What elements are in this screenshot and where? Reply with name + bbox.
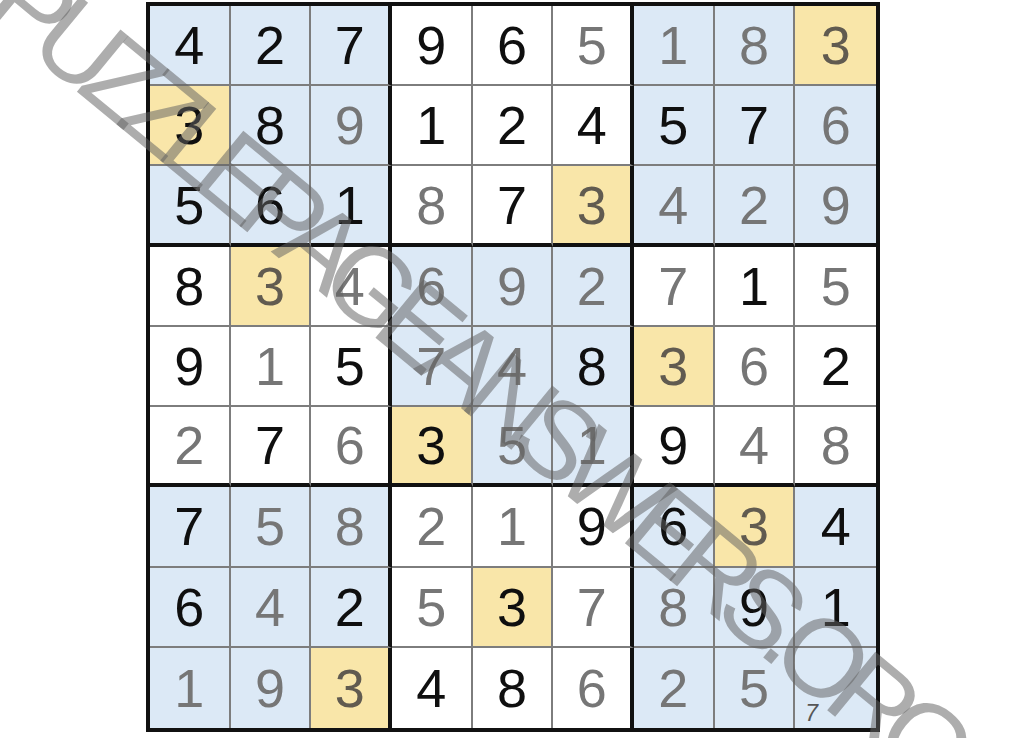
cell-r3c2[interactable]: 6 — [231, 166, 312, 246]
cell-r6c8[interactable]: 4 — [715, 407, 796, 487]
given-digit: 9 — [174, 339, 204, 393]
cell-r1c1[interactable]: 4 — [150, 6, 231, 86]
cell-r1c3[interactable]: 7 — [311, 6, 392, 86]
solved-digit: 6 — [416, 259, 446, 313]
cell-r4c8[interactable]: 1 — [715, 247, 796, 327]
solved-digit: 5 — [577, 18, 607, 72]
solved-digit: 1 — [577, 418, 607, 472]
cell-r4c7[interactable]: 7 — [634, 247, 715, 327]
solved-digit: 9 — [497, 259, 527, 313]
cell-r5c1[interactable]: 9 — [150, 327, 231, 407]
solved-digit: 4 — [497, 339, 527, 393]
cell-r1c4[interactable]: 9 — [392, 6, 473, 86]
given-digit: 6 — [174, 580, 204, 634]
given-digit: 3 — [174, 98, 204, 152]
cell-r9c6[interactable]: 6 — [553, 648, 634, 728]
cell-r2c8[interactable]: 7 — [715, 86, 796, 166]
cell-r1c2[interactable]: 2 — [231, 6, 312, 86]
given-digit: 1 — [739, 259, 769, 313]
given-digit: 7 — [335, 18, 365, 72]
given-digit: 5 — [174, 178, 204, 232]
cell-r5c6[interactable]: 8 — [553, 327, 634, 407]
solved-digit: 3 — [658, 339, 688, 393]
cell-r1c8[interactable]: 8 — [715, 6, 796, 86]
cell-r5c9[interactable]: 2 — [795, 327, 876, 407]
cell-r8c9[interactable]: 1 — [795, 568, 876, 648]
cell-r2c1[interactable]: 3 — [150, 86, 231, 166]
given-digit: 7 — [497, 178, 527, 232]
solved-digit: 9 — [335, 98, 365, 152]
cell-r5c4[interactable]: 7 — [392, 327, 473, 407]
solved-digit: 9 — [821, 178, 851, 232]
solved-digit: 6 — [577, 661, 607, 715]
cell-r2c5[interactable]: 2 — [473, 86, 554, 166]
cell-r5c3[interactable]: 5 — [311, 327, 392, 407]
given-digit: 7 — [739, 98, 769, 152]
solved-digit: 2 — [577, 259, 607, 313]
given-digit: 2 — [255, 18, 285, 72]
cell-r7c2[interactable]: 5 — [231, 487, 312, 567]
given-digit: 4 — [416, 661, 446, 715]
given-digit: 6 — [658, 499, 688, 553]
solved-digit: 3 — [335, 661, 365, 715]
cell-r8c5[interactable]: 3 — [473, 568, 554, 648]
cell-r7c6[interactable]: 9 — [553, 487, 634, 567]
cell-r6c5[interactable]: 5 — [473, 407, 554, 487]
cell-r1c9[interactable]: 3 — [795, 6, 876, 86]
cell-r3c1[interactable]: 5 — [150, 166, 231, 246]
cell-r8c8[interactable]: 9 — [715, 568, 796, 648]
cell-r8c7[interactable]: 8 — [634, 568, 715, 648]
cell-r8c4[interactable]: 5 — [392, 568, 473, 648]
cell-r5c2[interactable]: 1 — [231, 327, 312, 407]
given-digit: 2 — [335, 580, 365, 634]
solved-digit: 2 — [174, 418, 204, 472]
given-digit: 1 — [821, 580, 851, 634]
cell-r6c6[interactable]: 1 — [553, 407, 634, 487]
given-digit: 5 — [658, 98, 688, 152]
given-digit: 9 — [416, 18, 446, 72]
solved-digit: 7 — [658, 259, 688, 313]
cell-r4c3[interactable]: 4 — [311, 247, 392, 327]
cell-r3c3[interactable]: 1 — [311, 166, 392, 246]
pencil-mark: 7 — [805, 702, 818, 725]
cell-r9c2[interactable]: 9 — [231, 648, 312, 728]
given-digit: 5 — [335, 339, 365, 393]
cell-r2c6[interactable]: 4 — [553, 86, 634, 166]
cell-r8c6[interactable]: 7 — [553, 568, 634, 648]
cell-r7c4[interactable]: 2 — [392, 487, 473, 567]
solved-digit: 5 — [497, 418, 527, 472]
cell-r2c7[interactable]: 5 — [634, 86, 715, 166]
given-digit: 3 — [416, 418, 446, 472]
solved-digit: 7 — [416, 339, 446, 393]
given-digit: 8 — [174, 259, 204, 313]
solved-digit: 8 — [821, 418, 851, 472]
cell-r4c4[interactable]: 6 — [392, 247, 473, 327]
cell-r3c7[interactable]: 4 — [634, 166, 715, 246]
cell-r9c1[interactable]: 1 — [150, 648, 231, 728]
cell-r4c9[interactable]: 5 — [795, 247, 876, 327]
solved-digit: 7 — [577, 580, 607, 634]
solved-digit: 5 — [416, 580, 446, 634]
cell-r8c1[interactable]: 6 — [150, 568, 231, 648]
cell-r9c5[interactable]: 8 — [473, 648, 554, 728]
cell-r9c7[interactable]: 2 — [634, 648, 715, 728]
solved-digit: 8 — [658, 580, 688, 634]
sudoku-board: 4279651833891245765618734298346927159157… — [146, 2, 880, 732]
cell-r1c7[interactable]: 1 — [634, 6, 715, 86]
cell-r3c6[interactable]: 3 — [553, 166, 634, 246]
cell-r3c4[interactable]: 8 — [392, 166, 473, 246]
given-digit: 4 — [821, 499, 851, 553]
cell-r6c7[interactable]: 9 — [634, 407, 715, 487]
cell-r4c5[interactable]: 9 — [473, 247, 554, 327]
solved-digit: 6 — [821, 98, 851, 152]
cell-r1c5[interactable]: 6 — [473, 6, 554, 86]
given-digit: 2 — [497, 98, 527, 152]
cell-r2c2[interactable]: 8 — [231, 86, 312, 166]
given-digit: 8 — [577, 339, 607, 393]
solved-digit: 8 — [416, 178, 446, 232]
given-digit: 3 — [497, 580, 527, 634]
given-digit: 6 — [255, 178, 285, 232]
cell-r4c6[interactable]: 2 — [553, 247, 634, 327]
cell-r6c4[interactable]: 3 — [392, 407, 473, 487]
given-digit: 4 — [577, 98, 607, 152]
solved-digit: 4 — [658, 178, 688, 232]
given-digit: 2 — [821, 339, 851, 393]
cell-r4c2[interactable]: 3 — [231, 247, 312, 327]
cell-r2c3[interactable]: 9 — [311, 86, 392, 166]
cell-r3c5[interactable]: 7 — [473, 166, 554, 246]
cell-r9c4[interactable]: 4 — [392, 648, 473, 728]
solved-digit: 6 — [739, 339, 769, 393]
solved-digit: 3 — [821, 18, 851, 72]
cell-r3c8[interactable]: 2 — [715, 166, 796, 246]
solved-digit: 5 — [821, 259, 851, 313]
cell-r6c9[interactable]: 8 — [795, 407, 876, 487]
solved-digit: 2 — [416, 499, 446, 553]
solved-digit: 1 — [255, 339, 285, 393]
cell-r9c8[interactable]: 5 — [715, 648, 796, 728]
given-digit: 9 — [577, 499, 607, 553]
given-digit: 1 — [335, 178, 365, 232]
cell-r7c5[interactable]: 1 — [473, 487, 554, 567]
solved-digit: 5 — [255, 499, 285, 553]
solved-digit: 1 — [174, 661, 204, 715]
cell-r9c9[interactable]: 7 — [795, 648, 876, 728]
solved-digit: 3 — [739, 499, 769, 553]
solved-digit: 1 — [658, 18, 688, 72]
solved-digit: 4 — [255, 580, 285, 634]
given-digit: 8 — [497, 661, 527, 715]
cell-r9c3[interactable]: 3 — [311, 648, 392, 728]
cell-r6c2[interactable]: 7 — [231, 407, 312, 487]
solved-digit: 4 — [335, 259, 365, 313]
solved-digit: 9 — [255, 661, 285, 715]
given-digit: 1 — [416, 98, 446, 152]
solved-digit: 6 — [335, 418, 365, 472]
solved-digit: 3 — [255, 259, 285, 313]
cell-r2c9[interactable]: 6 — [795, 86, 876, 166]
cell-r3c9[interactable]: 9 — [795, 166, 876, 246]
solved-digit: 2 — [658, 661, 688, 715]
cell-r2c4[interactable]: 1 — [392, 86, 473, 166]
cell-r8c3[interactable]: 2 — [311, 568, 392, 648]
cell-r6c3[interactable]: 6 — [311, 407, 392, 487]
given-digit: 9 — [658, 418, 688, 472]
solved-digit: 4 — [739, 418, 769, 472]
solved-digit: 8 — [739, 18, 769, 72]
given-digit: 6 — [497, 18, 527, 72]
solved-digit: 8 — [335, 499, 365, 553]
cell-r5c7[interactable]: 3 — [634, 327, 715, 407]
cell-r7c7[interactable]: 6 — [634, 487, 715, 567]
cell-r7c3[interactable]: 8 — [311, 487, 392, 567]
cell-r4c1[interactable]: 8 — [150, 247, 231, 327]
cell-r5c5[interactable]: 4 — [473, 327, 554, 407]
cell-r7c8[interactable]: 3 — [715, 487, 796, 567]
solved-digit: 5 — [739, 661, 769, 715]
cell-r6c1[interactable]: 2 — [150, 407, 231, 487]
cell-r7c9[interactable]: 4 — [795, 487, 876, 567]
cell-r5c8[interactable]: 6 — [715, 327, 796, 407]
cell-r1c6[interactable]: 5 — [553, 6, 634, 86]
given-digit: 9 — [739, 580, 769, 634]
given-digit: 8 — [255, 98, 285, 152]
solved-digit: 1 — [497, 499, 527, 553]
given-digit: 7 — [255, 418, 285, 472]
solved-digit: 3 — [577, 178, 607, 232]
cell-r8c2[interactable]: 4 — [231, 568, 312, 648]
given-digit: 4 — [174, 18, 204, 72]
given-digit: 7 — [174, 499, 204, 553]
solved-digit: 2 — [739, 178, 769, 232]
cell-r7c1[interactable]: 7 — [150, 487, 231, 567]
